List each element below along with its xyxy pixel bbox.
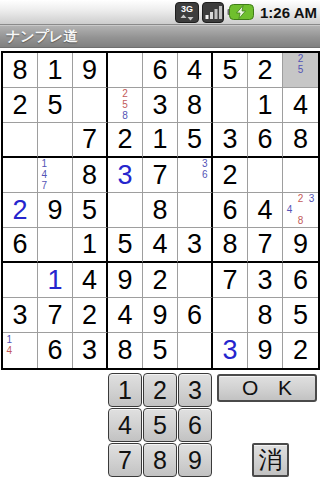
cell-r4c3[interactable]: 8 bbox=[73, 158, 108, 193]
cell-r6c3[interactable]: 1 bbox=[73, 228, 108, 263]
number-pad: 123456789 bbox=[108, 373, 212, 477]
given-digit: 4 bbox=[117, 302, 132, 329]
cell-r8c2[interactable]: 7 bbox=[38, 298, 73, 333]
given-digit: 9 bbox=[152, 302, 167, 329]
given-digit: 9 bbox=[82, 57, 97, 84]
given-digit: 8 bbox=[187, 92, 202, 119]
given-digit: 5 bbox=[82, 197, 97, 224]
given-digit: 8 bbox=[82, 162, 97, 189]
svg-text:3G: 3G bbox=[181, 4, 193, 14]
cell-r4c2[interactable]: 147 bbox=[38, 158, 73, 193]
given-digit: 3 bbox=[12, 302, 27, 329]
cell-r1c5[interactable]: 6 bbox=[143, 53, 178, 88]
given-digit: 2 bbox=[82, 302, 97, 329]
numpad-key-4[interactable]: 4 bbox=[108, 408, 142, 442]
given-digit: 2 bbox=[222, 162, 237, 189]
cell-r7c6[interactable] bbox=[178, 263, 213, 298]
ok-button[interactable]: O K bbox=[217, 374, 317, 402]
cell-r5c8[interactable]: 4 bbox=[248, 193, 283, 228]
cell-r9c8[interactable]: 9 bbox=[248, 333, 283, 368]
given-digit: 7 bbox=[222, 267, 237, 294]
cell-r2c6[interactable]: 8 bbox=[178, 88, 213, 123]
battery-charging-icon bbox=[227, 4, 254, 20]
given-digit: 2 bbox=[152, 267, 167, 294]
sudoku-board: 8196452252525838147215368147837362295864… bbox=[1, 51, 320, 370]
cell-r6c6[interactable]: 3 bbox=[178, 228, 213, 263]
erase-button[interactable]: 消 bbox=[252, 443, 289, 477]
app-title: ナンプレ道 bbox=[0, 28, 77, 46]
cell-r5c5[interactable]: 8 bbox=[143, 193, 178, 228]
cell-r4c9[interactable] bbox=[283, 158, 318, 193]
cell-r1c9[interactable]: 25 bbox=[283, 53, 318, 88]
given-digit: 6 bbox=[257, 126, 272, 153]
cell-r3c3[interactable]: 7 bbox=[73, 123, 108, 158]
cell-r4c4[interactable]: 3 bbox=[108, 158, 143, 193]
given-digit: 9 bbox=[293, 231, 308, 258]
pencil-marks: 2348 bbox=[284, 194, 317, 226]
cell-r9c3[interactable]: 3 bbox=[73, 333, 108, 368]
cell-r5c1[interactable]: 2 bbox=[3, 193, 38, 228]
cell-r7c2[interactable]: 1 bbox=[38, 263, 73, 298]
given-digit: 8 bbox=[117, 337, 132, 364]
cell-r8c1[interactable]: 3 bbox=[3, 298, 38, 333]
given-digit: 4 bbox=[293, 92, 308, 119]
cell-r8c9[interactable]: 5 bbox=[283, 298, 318, 333]
cell-r6c8[interactable]: 7 bbox=[248, 228, 283, 263]
cell-r5c3[interactable]: 5 bbox=[73, 193, 108, 228]
user-digit: 3 bbox=[117, 162, 132, 189]
numpad-key-2[interactable]: 2 bbox=[143, 373, 177, 407]
numpad-key-8[interactable]: 8 bbox=[143, 443, 177, 477]
given-digit: 8 bbox=[152, 197, 167, 224]
given-digit: 7 bbox=[257, 231, 272, 258]
cell-r9c2[interactable]: 6 bbox=[38, 333, 73, 368]
given-digit: 5 bbox=[222, 57, 237, 84]
given-digit: 2 bbox=[12, 92, 27, 119]
cell-r1c2[interactable]: 1 bbox=[38, 53, 73, 88]
cell-r6c7[interactable]: 8 bbox=[213, 228, 248, 263]
given-digit: 5 bbox=[187, 126, 202, 153]
user-digit: 1 bbox=[47, 267, 62, 294]
cell-r2c8[interactable]: 1 bbox=[248, 88, 283, 123]
cell-r1c7[interactable]: 5 bbox=[213, 53, 248, 88]
cell-r5c7[interactable]: 6 bbox=[213, 193, 248, 228]
cell-r7c1[interactable] bbox=[3, 263, 38, 298]
cell-r4c6[interactable]: 36 bbox=[178, 158, 213, 193]
cell-r8c3[interactable]: 2 bbox=[73, 298, 108, 333]
numpad-key-6[interactable]: 6 bbox=[178, 408, 212, 442]
given-digit: 3 bbox=[82, 337, 97, 364]
cell-r3c5[interactable]: 1 bbox=[143, 123, 178, 158]
given-digit: 9 bbox=[257, 337, 272, 364]
cell-r8c5[interactable]: 9 bbox=[143, 298, 178, 333]
cell-r1c4[interactable] bbox=[108, 53, 143, 88]
given-digit: 7 bbox=[152, 162, 167, 189]
cell-r3c7[interactable]: 3 bbox=[213, 123, 248, 158]
cell-r1c8[interactable]: 2 bbox=[248, 53, 283, 88]
given-digit: 8 bbox=[257, 302, 272, 329]
user-digit: 3 bbox=[222, 337, 237, 364]
cell-r6c1[interactable]: 6 bbox=[3, 228, 38, 263]
given-digit: 9 bbox=[47, 197, 62, 224]
given-digit: 5 bbox=[293, 302, 308, 329]
given-digit: 6 bbox=[187, 302, 202, 329]
signal-strength-icon bbox=[202, 2, 224, 23]
cell-r2c7[interactable] bbox=[213, 88, 248, 123]
given-digit: 6 bbox=[293, 267, 308, 294]
cell-r3c6[interactable]: 5 bbox=[178, 123, 213, 158]
cell-r7c7[interactable]: 7 bbox=[213, 263, 248, 298]
cell-r5c4[interactable] bbox=[108, 193, 143, 228]
cell-r2c5[interactable]: 3 bbox=[143, 88, 178, 123]
cell-r3c4[interactable]: 2 bbox=[108, 123, 143, 158]
cell-r9c5[interactable]: 5 bbox=[143, 333, 178, 368]
cell-r9c1[interactable]: 14 bbox=[3, 333, 38, 368]
cell-r7c4[interactable]: 9 bbox=[108, 263, 143, 298]
cell-r5c2[interactable]: 9 bbox=[38, 193, 73, 228]
numpad-key-5[interactable]: 5 bbox=[143, 408, 177, 442]
status-bar: 3G 1:26 AM bbox=[0, 0, 320, 25]
given-digit: 3 bbox=[222, 126, 237, 153]
cell-r3c2[interactable] bbox=[38, 123, 73, 158]
pencil-marks: 14 bbox=[4, 334, 36, 367]
given-digit: 1 bbox=[257, 92, 272, 119]
given-digit: 7 bbox=[47, 302, 62, 329]
given-digit: 5 bbox=[47, 92, 62, 119]
given-digit: 3 bbox=[187, 231, 202, 258]
given-digit: 2 bbox=[257, 57, 272, 84]
cell-r9c4[interactable]: 8 bbox=[108, 333, 143, 368]
cell-r3c9[interactable]: 8 bbox=[283, 123, 318, 158]
cell-r8c7[interactable] bbox=[213, 298, 248, 333]
given-digit: 9 bbox=[117, 267, 132, 294]
given-digit: 6 bbox=[222, 197, 237, 224]
given-digit: 8 bbox=[12, 57, 27, 84]
pencil-marks: 147 bbox=[39, 159, 71, 191]
given-digit: 1 bbox=[152, 126, 167, 153]
numpad-key-9[interactable]: 9 bbox=[178, 443, 212, 477]
cell-r9c6[interactable] bbox=[178, 333, 213, 368]
given-digit: 6 bbox=[12, 231, 27, 258]
pencil-marks: 25 bbox=[284, 54, 317, 86]
cell-r4c1[interactable] bbox=[3, 158, 38, 193]
given-digit: 6 bbox=[47, 337, 62, 364]
given-digit: 6 bbox=[152, 57, 167, 84]
given-digit: 2 bbox=[293, 337, 308, 364]
numpad-key-7[interactable]: 7 bbox=[108, 443, 142, 477]
pencil-marks: 258 bbox=[109, 89, 141, 121]
given-digit: 3 bbox=[257, 267, 272, 294]
cell-r8c6[interactable]: 6 bbox=[178, 298, 213, 333]
cell-r6c4[interactable]: 5 bbox=[108, 228, 143, 263]
given-digit: 4 bbox=[152, 231, 167, 258]
cell-r3c8[interactable]: 6 bbox=[248, 123, 283, 158]
user-digit: 2 bbox=[12, 197, 27, 224]
cell-r2c1[interactable]: 2 bbox=[3, 88, 38, 123]
cell-r1c3[interactable]: 9 bbox=[73, 53, 108, 88]
cell-r6c9[interactable]: 9 bbox=[283, 228, 318, 263]
given-digit: 7 bbox=[82, 126, 97, 153]
cell-r8c8[interactable]: 8 bbox=[248, 298, 283, 333]
given-digit: 2 bbox=[117, 126, 132, 153]
cell-r2c4[interactable]: 258 bbox=[108, 88, 143, 123]
title-bar: ナンプレ道 bbox=[0, 25, 320, 48]
cell-r4c8[interactable] bbox=[248, 158, 283, 193]
clock: 1:26 AM bbox=[260, 4, 317, 21]
cell-r2c3[interactable] bbox=[73, 88, 108, 123]
given-digit: 8 bbox=[222, 231, 237, 258]
cell-r1c6[interactable]: 4 bbox=[178, 53, 213, 88]
given-digit: 1 bbox=[47, 57, 62, 84]
given-digit: 4 bbox=[187, 57, 202, 84]
cell-r7c3[interactable]: 4 bbox=[73, 263, 108, 298]
cell-r4c7[interactable]: 2 bbox=[213, 158, 248, 193]
pencil-marks: 36 bbox=[179, 159, 210, 191]
cell-r6c2[interactable] bbox=[38, 228, 73, 263]
given-digit: 4 bbox=[257, 197, 272, 224]
cell-r3c1[interactable] bbox=[3, 123, 38, 158]
cell-r7c5[interactable]: 2 bbox=[143, 263, 178, 298]
cell-r8c4[interactable]: 4 bbox=[108, 298, 143, 333]
mobile-3g-icon: 3G bbox=[175, 2, 199, 23]
cell-r1c1[interactable]: 8 bbox=[3, 53, 38, 88]
cell-r5c6[interactable] bbox=[178, 193, 213, 228]
numpad-key-3[interactable]: 3 bbox=[178, 373, 212, 407]
numpad-key-1[interactable]: 1 bbox=[108, 373, 142, 407]
given-digit: 3 bbox=[152, 92, 167, 119]
given-digit: 8 bbox=[293, 126, 308, 153]
given-digit: 5 bbox=[117, 231, 132, 258]
cell-r5c9[interactable]: 2348 bbox=[283, 193, 318, 228]
cell-r9c7[interactable]: 3 bbox=[213, 333, 248, 368]
given-digit: 4 bbox=[82, 267, 97, 294]
cell-r7c9[interactable]: 6 bbox=[283, 263, 318, 298]
cell-r2c2[interactable]: 5 bbox=[38, 88, 73, 123]
cell-r6c5[interactable]: 4 bbox=[143, 228, 178, 263]
cell-r4c5[interactable]: 7 bbox=[143, 158, 178, 193]
cell-r2c9[interactable]: 4 bbox=[283, 88, 318, 123]
given-digit: 5 bbox=[152, 337, 167, 364]
given-digit: 1 bbox=[82, 231, 97, 258]
cell-r9c9[interactable]: 2 bbox=[283, 333, 318, 368]
cell-r7c8[interactable]: 3 bbox=[248, 263, 283, 298]
